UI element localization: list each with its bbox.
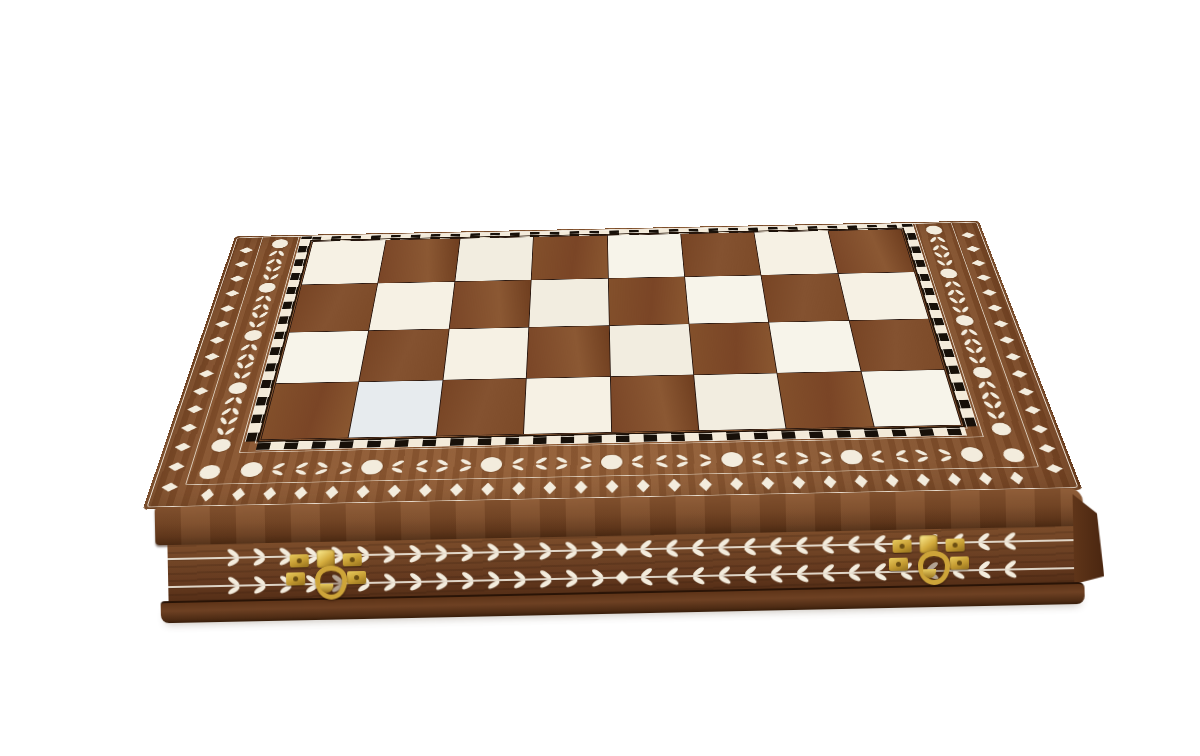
inlay-diamond xyxy=(512,482,526,495)
brass-latch-left xyxy=(284,549,369,599)
board-square-r2c3-dark xyxy=(527,326,610,378)
inlay-leaf xyxy=(650,456,670,466)
latch-plate xyxy=(286,572,305,585)
latch-plate xyxy=(950,556,969,569)
inlay-leaf xyxy=(766,539,784,553)
board-square-r3c7-light xyxy=(861,370,961,427)
board-square-r1c3-light xyxy=(529,279,608,327)
inlay-diamond xyxy=(186,405,204,413)
inlay-diamond xyxy=(219,305,236,312)
inlay-diamond xyxy=(173,443,192,452)
inlay-leaf xyxy=(381,575,399,589)
inlay-leaf xyxy=(889,451,911,461)
inlay-leaf xyxy=(459,574,477,588)
inlay-leaf xyxy=(262,273,277,283)
inlay-leaf xyxy=(626,456,646,466)
inlay-leaf xyxy=(714,540,732,554)
inlay-diamond xyxy=(160,482,180,491)
inlay-flower xyxy=(925,225,944,234)
inlay-leaf xyxy=(844,538,862,552)
latch-plate xyxy=(347,571,366,584)
inlay-leaf xyxy=(386,461,407,471)
inlay-leaf xyxy=(337,462,358,472)
board-square-r2c0-light xyxy=(276,331,368,384)
brass-latch-right xyxy=(886,534,971,584)
inlay-leaf xyxy=(588,543,606,557)
board-square-r3c5-light xyxy=(694,373,786,430)
photo-scene xyxy=(0,0,1200,756)
inlay-leaf xyxy=(457,460,477,470)
inlay-leaf xyxy=(537,572,555,586)
board-square-r1c0-dark xyxy=(290,284,378,332)
inlay-leaf xyxy=(792,539,810,553)
inlay-leaf xyxy=(953,305,969,316)
inlay-leaf xyxy=(484,545,502,559)
board-square-r3c0-dark xyxy=(261,382,358,439)
board-square-r1c4-dark xyxy=(608,277,688,325)
inlay-leaf xyxy=(865,451,887,461)
inlay-leaf xyxy=(936,450,958,460)
inlay-diamond xyxy=(575,480,588,493)
inlay-flower xyxy=(959,447,985,462)
inlay-leaf xyxy=(912,450,934,460)
board-square-r2c1-dark xyxy=(360,329,449,381)
inlay-diamond xyxy=(224,290,240,297)
inlay-diamond xyxy=(915,473,931,486)
inlay-diamond xyxy=(1004,353,1022,361)
inlay-leaf xyxy=(818,538,836,552)
board-square-r2c6-light xyxy=(769,321,860,373)
inlay-leaf xyxy=(506,459,526,469)
inlay-leaf xyxy=(577,457,596,467)
inlay-leaf xyxy=(225,551,243,565)
latch-plate xyxy=(945,538,964,551)
inlay-diamond xyxy=(1008,471,1025,484)
inlay-diamond xyxy=(981,289,998,296)
board-square-r1c5-light xyxy=(685,276,768,324)
board-square-r0c5-dark xyxy=(681,233,761,277)
inlay-diamond xyxy=(1023,406,1042,414)
inlay-leaf xyxy=(406,547,424,561)
inlay-diamond xyxy=(960,232,976,238)
inlay-diamond xyxy=(946,473,963,486)
inlay-leaf xyxy=(974,535,992,549)
latch-plate xyxy=(892,540,911,553)
inlay-leaf xyxy=(510,545,528,559)
inlay-leaf xyxy=(819,566,837,580)
inlay-diamond xyxy=(637,479,650,492)
inlay-leaf xyxy=(407,575,425,589)
inlay-flower xyxy=(257,283,277,293)
inlay-leaf xyxy=(410,461,431,471)
inlay-diamond xyxy=(1010,370,1028,378)
inlay-diamond xyxy=(293,486,309,499)
inlay-leaf xyxy=(511,573,529,587)
inlay-leaf xyxy=(458,546,476,560)
inlay-leaf xyxy=(1000,534,1018,548)
inlay-leaf xyxy=(554,458,574,468)
inlay-leaf xyxy=(381,547,399,561)
board-square-r2c5-dark xyxy=(689,322,776,374)
inlay-diamond xyxy=(199,488,216,502)
inlay-leaf xyxy=(536,544,554,558)
inlay-diamond xyxy=(884,474,900,487)
center-diamond-inlay xyxy=(614,542,628,556)
box-right-side-panel xyxy=(1073,494,1105,585)
inlay-diamond xyxy=(418,484,433,497)
inlay-diamond xyxy=(606,480,619,493)
inlay-leaf xyxy=(689,569,707,583)
inlay-flower xyxy=(210,439,233,452)
inlay-diamond xyxy=(214,321,231,328)
inlay-leaf xyxy=(289,463,311,473)
inlay-diamond xyxy=(998,336,1016,343)
inlay-diamond xyxy=(543,481,556,494)
inlay-flower xyxy=(227,382,249,394)
board-square-r1c2-dark xyxy=(449,280,530,328)
inlay-leaf xyxy=(697,455,717,465)
inlay-flower xyxy=(990,423,1013,436)
inlay-diamond xyxy=(729,477,743,490)
board-square-r1c7-light xyxy=(838,272,928,320)
box-lid-top-face xyxy=(143,221,1083,510)
inlay-flower xyxy=(720,452,743,467)
inlay-diamond xyxy=(234,261,250,267)
inlay-flower xyxy=(954,315,975,326)
inlay-diamond xyxy=(791,476,806,489)
board-square-r0c1-dark xyxy=(378,239,459,283)
inlay-diamond xyxy=(356,485,371,498)
latch-plate xyxy=(290,554,309,567)
inlay-leaf xyxy=(216,426,234,439)
inlay-diamond xyxy=(167,462,186,471)
center-diamond-inlay xyxy=(615,570,629,584)
inlay-flower xyxy=(239,462,264,477)
inlay-leaf xyxy=(673,455,693,465)
inlay-flower xyxy=(481,457,503,472)
inlay-leaf xyxy=(741,568,759,582)
inlay-diamond xyxy=(853,475,869,488)
inlay-leaf xyxy=(637,570,655,584)
inlay-diamond xyxy=(387,484,402,497)
inlay-diamond xyxy=(209,336,226,343)
board-square-r0c2-light xyxy=(455,237,533,281)
inlay-leaf xyxy=(432,546,450,560)
board-square-r0c3-dark xyxy=(532,236,608,280)
inlay-flower xyxy=(243,330,263,341)
inlay-leaf xyxy=(1001,562,1019,576)
inlay-leaf xyxy=(662,541,680,555)
inlay-diamond xyxy=(760,477,775,490)
inlay-flower xyxy=(271,239,290,248)
inlay-leaf xyxy=(589,571,607,585)
inlay-leaf xyxy=(988,410,1006,423)
inlay-leaf xyxy=(313,463,334,473)
inlay-leaf xyxy=(970,355,987,367)
inlay-leaf xyxy=(433,460,454,470)
inlay-diamond xyxy=(262,487,278,501)
latch-plate xyxy=(889,558,908,571)
inlay-leaf xyxy=(975,563,993,577)
inlay-diamond xyxy=(976,274,993,281)
latch-plate xyxy=(343,553,362,566)
inlay-leaf xyxy=(233,370,250,382)
board-square-r1c6-dark xyxy=(762,274,849,322)
inlay-diamond xyxy=(180,423,199,431)
inlay-diamond xyxy=(230,488,246,502)
inlay-leaf xyxy=(740,540,758,554)
board-square-r0c0-light xyxy=(302,240,386,284)
inlay-leaf xyxy=(248,320,264,331)
board-square-r3c1-light xyxy=(349,380,442,437)
inlay-diamond xyxy=(203,353,220,361)
inlay-leaf xyxy=(433,574,451,588)
inlay-diamond xyxy=(822,475,837,488)
inlay-diamond xyxy=(449,483,463,496)
board-square-r1c1-light xyxy=(370,282,455,330)
inlay-leaf xyxy=(251,578,269,592)
inlay-leaf xyxy=(793,453,814,463)
inlay-diamond xyxy=(1037,444,1057,453)
inlay-diamond xyxy=(238,247,254,253)
inlay-leaf xyxy=(938,259,954,269)
inlay-leaf xyxy=(663,569,681,583)
inlay-leaf xyxy=(769,453,790,463)
board-square-r3c3-light xyxy=(524,377,611,434)
inlay-diamond xyxy=(192,387,210,395)
board-square-r3c6-dark xyxy=(778,371,874,428)
board-square-r2c2-light xyxy=(443,327,528,379)
inlay-leaf xyxy=(688,541,706,555)
inlay-leaf xyxy=(485,573,503,587)
inlay-leaf xyxy=(563,571,581,585)
inlay-leaf xyxy=(530,458,550,468)
inlay-diamond xyxy=(1030,425,1049,434)
inlay-leaf xyxy=(562,543,580,557)
inlay-diamond xyxy=(986,304,1003,311)
inlay-flower xyxy=(601,454,623,469)
board-square-r3c2-dark xyxy=(437,378,526,435)
board-square-r2c7-dark xyxy=(849,319,944,371)
board-square-r0c7-dark xyxy=(828,229,914,273)
inlay-leaf xyxy=(767,567,785,581)
inlay-leaf xyxy=(251,550,269,564)
inlay-diamond xyxy=(198,370,216,378)
inlay-flower xyxy=(971,366,993,378)
inlay-diamond xyxy=(668,478,682,491)
inlay-leaf xyxy=(225,579,243,593)
board-square-r0c4-light xyxy=(607,234,684,278)
inlay-flower xyxy=(840,450,864,465)
inlay-leaf xyxy=(816,452,837,462)
inlay-diamond xyxy=(1017,388,1036,396)
board-square-r2c4-light xyxy=(609,324,693,376)
inlay-flower xyxy=(939,268,959,278)
inlay-flower xyxy=(360,459,384,474)
inlay-leaf xyxy=(715,568,733,582)
chessboard-half xyxy=(260,229,962,440)
inlay-diamond xyxy=(481,482,495,495)
board-square-r0c6-light xyxy=(755,231,838,275)
inlay-diamond xyxy=(965,246,981,252)
inlay-leaf xyxy=(845,566,863,580)
chess-box xyxy=(0,0,1200,756)
inlay-leaf xyxy=(266,464,288,474)
board-square-r3c4-dark xyxy=(610,375,698,432)
inlay-diamond xyxy=(698,478,712,491)
inlay-leaf xyxy=(793,567,811,581)
inlay-diamond xyxy=(992,320,1009,327)
inlay-diamond xyxy=(1044,464,1064,473)
inlay-diamond xyxy=(970,260,986,266)
inlay-leaf xyxy=(746,454,767,464)
inlay-diamond xyxy=(324,486,339,499)
inlay-diamond xyxy=(229,275,245,282)
inlay-diamond xyxy=(977,472,994,485)
inlay-leaf xyxy=(636,542,654,556)
